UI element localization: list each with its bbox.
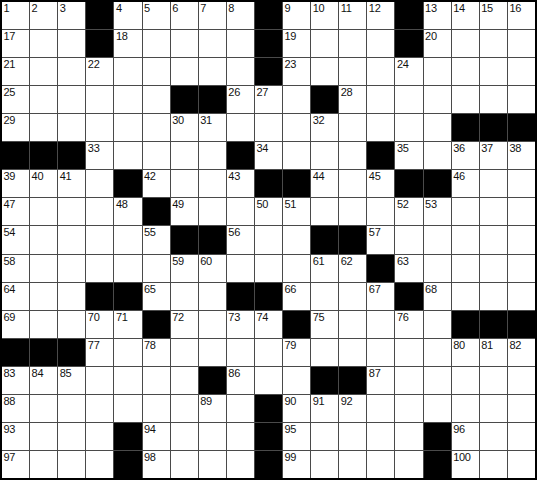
cell-r15-c17[interactable] xyxy=(480,423,507,450)
black-cell-r11-c17 xyxy=(480,311,507,338)
cell-r2-c17[interactable] xyxy=(480,58,507,85)
cell-r12-c6[interactable] xyxy=(171,339,198,366)
cell-r3-c16[interactable] xyxy=(452,86,479,113)
cell-r1-c1[interactable] xyxy=(30,30,57,57)
cell-r2-c1[interactable] xyxy=(30,58,57,85)
clue-number-80: 80 xyxy=(453,339,465,351)
cell-r15-c12[interactable] xyxy=(339,423,366,450)
cell-r14-c17[interactable] xyxy=(480,395,507,422)
cell-r4-c9[interactable] xyxy=(255,114,282,141)
cell-r12-c5[interactable]: 78 xyxy=(143,339,170,366)
cell-r8-c3[interactable] xyxy=(86,226,113,253)
cell-r6-c7[interactable] xyxy=(199,170,226,197)
cell-r7-c12[interactable] xyxy=(339,198,366,225)
cell-r4-c12[interactable] xyxy=(339,114,366,141)
cell-r0-c0[interactable]: 1 xyxy=(2,2,29,29)
cell-r0-c13[interactable]: 12 xyxy=(367,2,394,29)
cell-r15-c16[interactable]: 96 xyxy=(452,423,479,450)
cell-r6-c0[interactable]: 39 xyxy=(2,170,29,197)
cell-r11-c9[interactable]: 74 xyxy=(255,311,282,338)
cell-r14-c18[interactable] xyxy=(508,395,535,422)
cell-r7-c2[interactable] xyxy=(58,198,85,225)
cell-r4-c13[interactable] xyxy=(367,114,394,141)
cell-r1-c17[interactable] xyxy=(480,30,507,57)
cell-r15-c14[interactable] xyxy=(395,423,422,450)
cell-r1-c5[interactable] xyxy=(143,30,170,57)
cell-r14-c16[interactable] xyxy=(452,395,479,422)
cell-r6-c2[interactable]: 41 xyxy=(58,170,85,197)
cell-r11-c7[interactable] xyxy=(199,311,226,338)
clue-number-33: 33 xyxy=(88,142,100,154)
cell-r5-c17[interactable]: 37 xyxy=(480,142,507,169)
cell-r13-c10[interactable] xyxy=(283,367,310,394)
cell-r3-c4[interactable] xyxy=(114,86,141,113)
cell-r3-c13[interactable] xyxy=(367,86,394,113)
clue-number-54: 54 xyxy=(4,226,16,238)
cell-r2-c7[interactable] xyxy=(199,58,226,85)
cell-r15-c0[interactable]: 93 xyxy=(2,423,29,450)
cell-r8-c5[interactable]: 55 xyxy=(143,226,170,253)
cell-r6-c13[interactable]: 45 xyxy=(367,170,394,197)
cell-r8-c0[interactable]: 54 xyxy=(2,226,29,253)
cell-r2-c11[interactable] xyxy=(311,58,338,85)
cell-r6-c18[interactable] xyxy=(508,170,535,197)
clue-number-60: 60 xyxy=(200,255,212,267)
cell-r1-c11[interactable] xyxy=(311,30,338,57)
cell-r16-c5[interactable]: 98 xyxy=(143,451,170,478)
cell-r13-c18[interactable] xyxy=(508,367,535,394)
cell-r2-c8[interactable] xyxy=(227,58,254,85)
cell-r5-c18[interactable]: 38 xyxy=(508,142,535,169)
clue-number-6: 6 xyxy=(172,2,178,14)
clue-number-65: 65 xyxy=(144,283,156,295)
cell-r5-c7[interactable] xyxy=(199,142,226,169)
cell-r11-c1[interactable] xyxy=(30,311,57,338)
cell-r10-c1[interactable] xyxy=(30,283,57,310)
cell-r12-c12[interactable] xyxy=(339,339,366,366)
cell-r7-c18[interactable] xyxy=(508,198,535,225)
cell-r8-c16[interactable] xyxy=(452,226,479,253)
cell-r15-c3[interactable] xyxy=(86,423,113,450)
cell-r14-c15[interactable] xyxy=(424,395,451,422)
cell-r9-c4[interactable] xyxy=(114,255,141,282)
cell-r6-c5[interactable]: 42 xyxy=(143,170,170,197)
cell-r6-c6[interactable] xyxy=(171,170,198,197)
cell-r8-c2[interactable] xyxy=(58,226,85,253)
black-cell-r4-c17 xyxy=(480,114,507,141)
clue-number-58: 58 xyxy=(4,255,16,267)
cell-r13-c8[interactable]: 86 xyxy=(227,367,254,394)
cell-r5-c6[interactable] xyxy=(171,142,198,169)
cell-r7-c17[interactable] xyxy=(480,198,507,225)
cell-r9-c16[interactable] xyxy=(452,255,479,282)
cell-r5-c14[interactable]: 35 xyxy=(395,142,422,169)
cell-r5-c4[interactable] xyxy=(114,142,141,169)
cell-r2-c5[interactable] xyxy=(143,58,170,85)
cell-r5-c12[interactable] xyxy=(339,142,366,169)
cell-r9-c5[interactable] xyxy=(143,255,170,282)
clue-number-34: 34 xyxy=(256,142,268,154)
cell-r10-c7[interactable] xyxy=(199,283,226,310)
cell-r11-c11[interactable]: 75 xyxy=(311,311,338,338)
cell-r10-c18[interactable] xyxy=(508,283,535,310)
cell-r2-c13[interactable] xyxy=(367,58,394,85)
cell-r12-c17[interactable]: 81 xyxy=(480,339,507,366)
cell-r0-c16[interactable]: 14 xyxy=(452,2,479,29)
cell-r2-c18[interactable] xyxy=(508,58,535,85)
cell-r15-c5[interactable]: 94 xyxy=(143,423,170,450)
cell-r13-c14[interactable] xyxy=(395,367,422,394)
cell-r13-c13[interactable]: 87 xyxy=(367,367,394,394)
cell-r2-c10[interactable]: 23 xyxy=(283,58,310,85)
clue-number-17: 17 xyxy=(4,30,16,42)
cell-r11-c6[interactable]: 72 xyxy=(171,311,198,338)
cell-r14-c2[interactable] xyxy=(58,395,85,422)
cell-r12-c13[interactable] xyxy=(367,339,394,366)
cell-r13-c15[interactable] xyxy=(424,367,451,394)
cell-r8-c4[interactable] xyxy=(114,226,141,253)
cell-r10-c16[interactable] xyxy=(452,283,479,310)
cell-r8-c10[interactable] xyxy=(283,226,310,253)
cell-r2-c4[interactable] xyxy=(114,58,141,85)
cell-r15-c7[interactable] xyxy=(199,423,226,450)
cell-r8-c14[interactable] xyxy=(395,226,422,253)
cell-r7-c14[interactable]: 52 xyxy=(395,198,422,225)
cell-r5-c16[interactable]: 36 xyxy=(452,142,479,169)
cell-r16-c10[interactable]: 99 xyxy=(283,451,310,478)
cell-r5-c11[interactable] xyxy=(311,142,338,169)
black-cell-r13-c12 xyxy=(339,367,366,394)
cell-r4-c15[interactable] xyxy=(424,114,451,141)
cell-r5-c5[interactable] xyxy=(143,142,170,169)
cell-r7-c10[interactable]: 51 xyxy=(283,198,310,225)
cell-r7-c0[interactable]: 47 xyxy=(2,198,29,225)
cell-r9-c8[interactable] xyxy=(227,255,254,282)
cell-r9-c14[interactable]: 63 xyxy=(395,255,422,282)
cell-r4-c10[interactable] xyxy=(283,114,310,141)
cell-r0-c15[interactable]: 13 xyxy=(424,2,451,29)
cell-r6-c12[interactable] xyxy=(339,170,366,197)
clue-number-41: 41 xyxy=(60,170,72,182)
cell-r9-c1[interactable] xyxy=(30,255,57,282)
cell-r4-c2[interactable] xyxy=(58,114,85,141)
cell-r3-c14[interactable] xyxy=(395,86,422,113)
cell-r13-c5[interactable] xyxy=(143,367,170,394)
cell-r3-c3[interactable] xyxy=(86,86,113,113)
cell-r3-c2[interactable] xyxy=(58,86,85,113)
cell-r12-c11[interactable] xyxy=(311,339,338,366)
cell-r13-c1[interactable]: 84 xyxy=(30,367,57,394)
cell-r13-c6[interactable] xyxy=(171,367,198,394)
clue-number-88: 88 xyxy=(4,395,16,407)
cell-r15-c8[interactable] xyxy=(227,423,254,450)
cell-r11-c3[interactable]: 70 xyxy=(86,311,113,338)
cell-r14-c12[interactable]: 92 xyxy=(339,395,366,422)
cell-r10-c5[interactable]: 65 xyxy=(143,283,170,310)
cell-r3-c8[interactable]: 26 xyxy=(227,86,254,113)
cell-r16-c18[interactable] xyxy=(508,451,535,478)
cell-r13-c0[interactable]: 83 xyxy=(2,367,29,394)
cell-r2-c2[interactable] xyxy=(58,58,85,85)
cell-r2-c0[interactable]: 21 xyxy=(2,58,29,85)
cell-r2-c3[interactable]: 22 xyxy=(86,58,113,85)
cell-r15-c2[interactable] xyxy=(58,423,85,450)
cell-r9-c9[interactable] xyxy=(255,255,282,282)
cell-r4-c1[interactable] xyxy=(30,114,57,141)
cell-r0-c6[interactable]: 6 xyxy=(171,2,198,29)
cell-r10-c6[interactable] xyxy=(171,283,198,310)
cell-r1-c13[interactable] xyxy=(367,30,394,57)
clue-number-59: 59 xyxy=(172,255,184,267)
cell-r16-c1[interactable] xyxy=(30,451,57,478)
cell-r3-c12[interactable]: 28 xyxy=(339,86,366,113)
clue-number-21: 21 xyxy=(4,58,16,70)
cell-r15-c13[interactable] xyxy=(367,423,394,450)
cell-r13-c9[interactable] xyxy=(255,367,282,394)
cell-r9-c15[interactable] xyxy=(424,255,451,282)
cell-r2-c12[interactable] xyxy=(339,58,366,85)
cell-r6-c11[interactable]: 44 xyxy=(311,170,338,197)
cell-r15-c6[interactable] xyxy=(171,423,198,450)
clue-number-63: 63 xyxy=(397,255,409,267)
cell-r12-c7[interactable] xyxy=(199,339,226,366)
cell-r9-c18[interactable] xyxy=(508,255,535,282)
clue-number-66: 66 xyxy=(285,283,297,295)
cell-r7-c15[interactable]: 53 xyxy=(424,198,451,225)
cell-r0-c1[interactable]: 2 xyxy=(30,2,57,29)
cell-r12-c18[interactable]: 82 xyxy=(508,339,535,366)
cell-r16-c13[interactable] xyxy=(367,451,394,478)
cell-r6-c3[interactable] xyxy=(86,170,113,197)
cell-r13-c3[interactable] xyxy=(86,367,113,394)
cell-r8-c18[interactable] xyxy=(508,226,535,253)
black-cell-r9-c13 xyxy=(367,255,394,282)
cell-r14-c4[interactable] xyxy=(114,395,141,422)
cell-r7-c11[interactable] xyxy=(311,198,338,225)
cell-r5-c10[interactable] xyxy=(283,142,310,169)
cell-r1-c0[interactable]: 17 xyxy=(2,30,29,57)
cell-r0-c12[interactable]: 11 xyxy=(339,2,366,29)
cell-r12-c16[interactable]: 80 xyxy=(452,339,479,366)
cell-r1-c8[interactable] xyxy=(227,30,254,57)
cell-r1-c18[interactable] xyxy=(508,30,535,57)
cell-r12-c3[interactable]: 77 xyxy=(86,339,113,366)
cell-r1-c4[interactable]: 18 xyxy=(114,30,141,57)
cell-r13-c16[interactable] xyxy=(452,367,479,394)
cell-r15-c18[interactable] xyxy=(508,423,535,450)
cell-r9-c10[interactable] xyxy=(283,255,310,282)
cell-r0-c10[interactable]: 9 xyxy=(283,2,310,29)
cell-r12-c14[interactable] xyxy=(395,339,422,366)
cell-r16-c0[interactable]: 97 xyxy=(2,451,29,478)
cell-r7-c8[interactable] xyxy=(227,198,254,225)
clue-number-3: 3 xyxy=(60,2,66,14)
cell-r10-c0[interactable]: 64 xyxy=(2,283,29,310)
cell-r2-c14[interactable]: 24 xyxy=(395,58,422,85)
cell-r16-c7[interactable] xyxy=(199,451,226,478)
cell-r9-c12[interactable]: 62 xyxy=(339,255,366,282)
cell-r4-c5[interactable] xyxy=(143,114,170,141)
cell-r3-c10[interactable] xyxy=(283,86,310,113)
cell-r4-c6[interactable]: 30 xyxy=(171,114,198,141)
cell-r16-c16[interactable]: 100 xyxy=(452,451,479,478)
cell-r3-c0[interactable]: 25 xyxy=(2,86,29,113)
cell-r10-c10[interactable]: 66 xyxy=(283,283,310,310)
cell-r15-c10[interactable]: 95 xyxy=(283,423,310,450)
cell-r4-c4[interactable] xyxy=(114,114,141,141)
cell-r0-c2[interactable]: 3 xyxy=(58,2,85,29)
cell-r12-c4[interactable] xyxy=(114,339,141,366)
cell-r7-c7[interactable] xyxy=(199,198,226,225)
cell-r1-c16[interactable] xyxy=(452,30,479,57)
cell-r13-c2[interactable]: 85 xyxy=(58,367,85,394)
cell-r14-c11[interactable]: 91 xyxy=(311,395,338,422)
cell-r16-c8[interactable] xyxy=(227,451,254,478)
cell-r1-c12[interactable] xyxy=(339,30,366,57)
cell-r14-c14[interactable] xyxy=(395,395,422,422)
cell-r0-c8[interactable]: 8 xyxy=(227,2,254,29)
cell-r12-c8[interactable] xyxy=(227,339,254,366)
cell-r0-c17[interactable]: 15 xyxy=(480,2,507,29)
cell-r0-c7[interactable]: 7 xyxy=(199,2,226,29)
cell-r11-c4[interactable]: 71 xyxy=(114,311,141,338)
cell-r0-c5[interactable]: 5 xyxy=(143,2,170,29)
cell-r3-c15[interactable] xyxy=(424,86,451,113)
cell-r7-c3[interactable] xyxy=(86,198,113,225)
cell-r4-c14[interactable] xyxy=(395,114,422,141)
clue-number-53: 53 xyxy=(425,198,437,210)
cell-r8-c1[interactable] xyxy=(30,226,57,253)
clue-number-40: 40 xyxy=(32,170,44,182)
cell-r2-c16[interactable] xyxy=(452,58,479,85)
cell-r1-c6[interactable] xyxy=(171,30,198,57)
cell-r6-c16[interactable]: 46 xyxy=(452,170,479,197)
cell-r14-c3[interactable] xyxy=(86,395,113,422)
cell-r6-c8[interactable]: 43 xyxy=(227,170,254,197)
cell-r8-c17[interactable] xyxy=(480,226,507,253)
cell-r10-c13[interactable]: 67 xyxy=(367,283,394,310)
cell-r3-c5[interactable] xyxy=(143,86,170,113)
cell-r10-c17[interactable] xyxy=(480,283,507,310)
clue-number-18: 18 xyxy=(116,30,128,42)
cell-r14-c10[interactable]: 90 xyxy=(283,395,310,422)
cell-r14-c6[interactable] xyxy=(171,395,198,422)
cell-r2-c6[interactable] xyxy=(171,58,198,85)
cell-r11-c15[interactable] xyxy=(424,311,451,338)
cell-r3-c1[interactable] xyxy=(30,86,57,113)
cell-r9-c3[interactable] xyxy=(86,255,113,282)
cell-r5-c9[interactable]: 34 xyxy=(255,142,282,169)
cell-r16-c6[interactable] xyxy=(171,451,198,478)
cell-r10-c2[interactable] xyxy=(58,283,85,310)
cell-r11-c2[interactable] xyxy=(58,311,85,338)
cell-r4-c0[interactable]: 29 xyxy=(2,114,29,141)
cell-r0-c18[interactable]: 16 xyxy=(508,2,535,29)
cell-r0-c4[interactable]: 4 xyxy=(114,2,141,29)
cell-r16-c12[interactable] xyxy=(339,451,366,478)
cell-r14-c8[interactable] xyxy=(227,395,254,422)
cell-r9-c17[interactable] xyxy=(480,255,507,282)
cell-r11-c12[interactable] xyxy=(339,311,366,338)
cell-r0-c11[interactable]: 10 xyxy=(311,2,338,29)
cell-r7-c1[interactable] xyxy=(30,198,57,225)
cell-r10-c12[interactable] xyxy=(339,283,366,310)
cell-r3-c18[interactable] xyxy=(508,86,535,113)
cell-r10-c15[interactable]: 68 xyxy=(424,283,451,310)
cell-r11-c13[interactable] xyxy=(367,311,394,338)
cell-r8-c15[interactable] xyxy=(424,226,451,253)
clue-number-26: 26 xyxy=(228,86,240,98)
cell-r1-c2[interactable] xyxy=(58,30,85,57)
cell-r4-c7[interactable]: 31 xyxy=(199,114,226,141)
cell-r14-c7[interactable]: 89 xyxy=(199,395,226,422)
cell-r15-c1[interactable] xyxy=(30,423,57,450)
cell-r7-c6[interactable]: 49 xyxy=(171,198,198,225)
black-cell-r15-c9 xyxy=(255,423,282,450)
cell-r3-c17[interactable] xyxy=(480,86,507,113)
black-cell-r0-c9 xyxy=(255,2,282,29)
cell-r9-c0[interactable]: 58 xyxy=(2,255,29,282)
black-cell-r8-c7 xyxy=(199,226,226,253)
cell-r11-c0[interactable]: 69 xyxy=(2,311,29,338)
cell-r7-c9[interactable]: 50 xyxy=(255,198,282,225)
cell-r6-c1[interactable]: 40 xyxy=(30,170,57,197)
cell-r8-c8[interactable]: 56 xyxy=(227,226,254,253)
cell-r14-c0[interactable]: 88 xyxy=(2,395,29,422)
cell-r11-c8[interactable]: 73 xyxy=(227,311,254,338)
cell-r5-c15[interactable] xyxy=(424,142,451,169)
cell-r9-c11[interactable]: 61 xyxy=(311,255,338,282)
black-cell-r0-c14 xyxy=(395,2,422,29)
cell-r14-c5[interactable] xyxy=(143,395,170,422)
cell-r16-c11[interactable] xyxy=(311,451,338,478)
cell-r16-c17[interactable] xyxy=(480,451,507,478)
cell-r10-c11[interactable] xyxy=(311,283,338,310)
clue-number-91: 91 xyxy=(313,395,325,407)
cell-r2-c15[interactable] xyxy=(424,58,451,85)
cell-r8-c9[interactable] xyxy=(255,226,282,253)
cell-r3-c9[interactable]: 27 xyxy=(255,86,282,113)
cell-r6-c17[interactable] xyxy=(480,170,507,197)
cell-r9-c7[interactable]: 60 xyxy=(199,255,226,282)
cell-r7-c13[interactable] xyxy=(367,198,394,225)
cell-r9-c6[interactable]: 59 xyxy=(171,255,198,282)
cell-r5-c3[interactable]: 33 xyxy=(86,142,113,169)
cell-r8-c13[interactable]: 57 xyxy=(367,226,394,253)
cell-r14-c1[interactable] xyxy=(30,395,57,422)
cell-r1-c15[interactable]: 20 xyxy=(424,30,451,57)
cell-r12-c15[interactable] xyxy=(424,339,451,366)
cell-r4-c8[interactable] xyxy=(227,114,254,141)
cell-r1-c10[interactable]: 19 xyxy=(283,30,310,57)
cell-r7-c4[interactable]: 48 xyxy=(114,198,141,225)
cell-r9-c2[interactable] xyxy=(58,255,85,282)
cell-r16-c14[interactable] xyxy=(395,451,422,478)
cell-r14-c13[interactable] xyxy=(367,395,394,422)
cell-r11-c14[interactable]: 76 xyxy=(395,311,422,338)
cell-r12-c10[interactable]: 79 xyxy=(283,339,310,366)
cell-r4-c3[interactable] xyxy=(86,114,113,141)
cell-r16-c2[interactable] xyxy=(58,451,85,478)
cell-r12-c9[interactable] xyxy=(255,339,282,366)
cell-r4-c11[interactable]: 32 xyxy=(311,114,338,141)
cell-r7-c16[interactable] xyxy=(452,198,479,225)
cell-r13-c4[interactable] xyxy=(114,367,141,394)
cell-r15-c11[interactable] xyxy=(311,423,338,450)
cell-r13-c17[interactable] xyxy=(480,367,507,394)
cell-r16-c3[interactable] xyxy=(86,451,113,478)
cell-r1-c7[interactable] xyxy=(199,30,226,57)
